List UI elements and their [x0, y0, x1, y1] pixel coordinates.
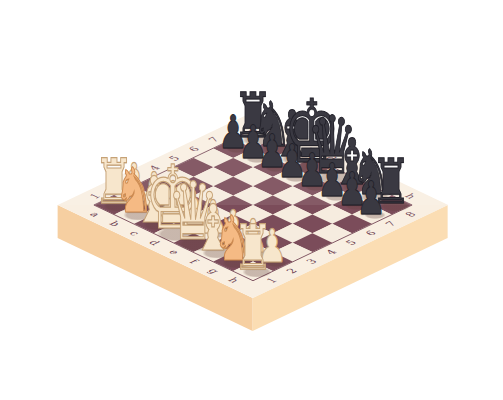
piece-black-pawn-h7[interactable]: ♟ [357, 175, 387, 221]
piece-white-rook-h1[interactable]: ♜ [233, 217, 273, 279]
chess-scene: abcdefgh8877665544332211abcdefgh ♜♞♝♚♛♝♞… [0, 0, 503, 400]
